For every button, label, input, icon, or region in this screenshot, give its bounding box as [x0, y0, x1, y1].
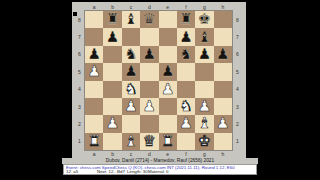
black-pawn-d6: ♟ [143, 46, 156, 63]
rank-labels-left: 87654321 [75, 11, 84, 150]
square-g3: ♟ [195, 98, 213, 115]
square-h3 [214, 98, 232, 115]
black-pawn-g6: ♟ [198, 46, 211, 63]
white-rook-a1: ♜ [87, 133, 100, 150]
game-length: Length: 30 [127, 170, 148, 174]
white-pawn-c3: ♟ [124, 98, 137, 115]
square-b2: ♟ [103, 115, 121, 132]
square-h5 [214, 63, 232, 80]
square-e8 [159, 11, 177, 28]
black-to-move-indicator [73, 12, 77, 16]
white-pawn-h2: ♟ [216, 115, 229, 132]
material-balance: Material: 0 [148, 170, 169, 174]
file-label-f: f [177, 150, 195, 158]
rank-label-7: 7 [75, 28, 84, 45]
square-b1 [103, 133, 121, 150]
right-letterbox-bar [258, 0, 320, 180]
square-e4: ♟ [159, 81, 177, 98]
square-b4 [103, 81, 121, 98]
rank-label-8: 8 [233, 11, 242, 28]
square-c4: ♞ [122, 81, 140, 98]
square-h8 [214, 11, 232, 28]
rank-label-5: 5 [233, 63, 242, 80]
square-a7 [85, 28, 103, 45]
square-d5 [140, 63, 158, 80]
rank-label-3: 3 [75, 98, 84, 115]
square-c5: ♟ [122, 63, 140, 80]
square-b7: ♟ [103, 28, 121, 45]
rank-label-3: 3 [233, 98, 242, 115]
rank-label-7: 7 [233, 28, 242, 45]
square-c7 [122, 28, 140, 45]
stats-line: 12. a5 Next: 12...Bd7 Length: 30 Materia… [64, 170, 256, 174]
square-g1: ♚ [195, 133, 213, 150]
square-c3: ♟ [122, 98, 140, 115]
black-pawn-e5: ♟ [161, 63, 174, 80]
square-d1: ♛ [140, 133, 158, 150]
square-d3: ♟ [140, 98, 158, 115]
white-pawn-g3: ♟ [198, 98, 211, 115]
square-c2 [122, 115, 140, 132]
file-label-h: h [214, 2, 232, 11]
file-label-c: c [122, 2, 140, 11]
white-pawn-b2: ♟ [106, 115, 119, 132]
black-pawn-a6: ♟ [87, 46, 100, 63]
white-king-g1: ♚ [198, 133, 211, 150]
square-e5: ♟ [159, 63, 177, 80]
square-c1: ♝ [122, 133, 140, 150]
square-a6: ♟ [85, 46, 103, 63]
current-move: 12. a5 [66, 170, 97, 174]
rank-label-6: 6 [233, 46, 242, 63]
white-knight-f3: ♞ [179, 98, 192, 115]
file-label-d: d [140, 2, 158, 11]
square-f8: ♜ [177, 11, 195, 28]
white-bishop-g2: ♝ [198, 115, 211, 132]
rank-label-4: 4 [233, 81, 242, 98]
square-h4 [214, 81, 232, 98]
rank-label-1: 1 [233, 133, 242, 150]
square-b6 [103, 46, 121, 63]
file-label-b: b [103, 2, 121, 11]
file-labels-top: abcdefgh [85, 2, 232, 11]
file-label-c: c [122, 150, 140, 158]
black-king-g8: ♚ [198, 11, 211, 28]
white-bishop-c1: ♝ [124, 133, 137, 150]
black-pawn-b7: ♟ [106, 28, 119, 45]
square-d7 [140, 28, 158, 45]
board-panel: abcdefgh 87654321 87654321 abcdefgh ♜♝♛♜… [62, 0, 258, 180]
square-c8: ♝ [122, 11, 140, 28]
file-label-e: e [159, 150, 177, 158]
square-g2: ♝ [195, 115, 213, 132]
square-f2: ♟ [177, 115, 195, 132]
file-label-e: e [159, 2, 177, 11]
black-pawn-c5: ♟ [124, 63, 137, 80]
file-label-g: g [195, 2, 213, 11]
square-a4 [85, 81, 103, 98]
square-h7 [214, 28, 232, 45]
square-b8: ♜ [103, 11, 121, 28]
black-bishop-c8: ♝ [124, 11, 137, 28]
square-g5 [195, 63, 213, 80]
square-e1: ♜ [159, 133, 177, 150]
black-knight-f6: ♞ [179, 46, 192, 63]
file-label-b: b [103, 150, 121, 158]
black-rook-f8: ♜ [179, 11, 192, 28]
white-rook-e1: ♜ [161, 133, 174, 150]
square-e6 [159, 46, 177, 63]
file-label-d: d [140, 150, 158, 158]
square-f7: ♟ [177, 28, 195, 45]
square-g8: ♚ [195, 11, 213, 28]
next-move: Next: 12...Bd7 [97, 170, 127, 174]
black-bishop-g7: ♝ [198, 28, 211, 45]
game-info-box: Event: chess.com SpeedChess Q (KO), ches… [63, 164, 257, 175]
square-h1 [214, 133, 232, 150]
square-d4 [140, 81, 158, 98]
black-queen-d8: ♛ [143, 11, 156, 28]
white-queen-d1: ♛ [143, 133, 156, 150]
white-pawn-d3: ♟ [143, 98, 156, 115]
square-c6: ♞ [122, 46, 140, 63]
square-a8 [85, 11, 103, 28]
left-letterbox-bar [0, 0, 62, 180]
file-label-a: a [85, 2, 103, 11]
square-d8: ♛ [140, 11, 158, 28]
square-f4 [177, 81, 195, 98]
black-knight-c6: ♞ [124, 46, 137, 63]
black-pawn-h6: ♟ [216, 46, 229, 63]
file-labels-bottom: abcdefgh [85, 150, 232, 158]
rank-labels-right: 87654321 [233, 11, 242, 150]
square-f1 [177, 133, 195, 150]
square-h2: ♟ [214, 115, 232, 132]
white-knight-c4: ♞ [124, 81, 137, 98]
rank-label-4: 4 [75, 81, 84, 98]
square-a1: ♜ [85, 133, 103, 150]
square-b5 [103, 63, 121, 80]
file-label-a: a [85, 150, 103, 158]
chess-video-frame: abcdefgh 87654321 87654321 abcdefgh ♜♝♛♜… [0, 0, 320, 180]
square-f5 [177, 63, 195, 80]
rank-label-2: 2 [233, 115, 242, 132]
square-e7 [159, 28, 177, 45]
square-a3 [85, 98, 103, 115]
file-label-f: f [177, 2, 195, 11]
square-b3 [103, 98, 121, 115]
square-h6: ♟ [214, 46, 232, 63]
file-label-g: g [195, 150, 213, 158]
file-label-h: h [214, 150, 232, 158]
square-g4 [195, 81, 213, 98]
white-pawn-f2: ♟ [179, 115, 192, 132]
black-pawn-f7: ♟ [179, 28, 192, 45]
rank-label-2: 2 [75, 115, 84, 132]
rank-label-5: 5 [75, 63, 84, 80]
square-a5: ♟ [85, 63, 103, 80]
white-pawn-a5: ♟ [87, 63, 100, 80]
rank-label-1: 1 [75, 133, 84, 150]
square-g6: ♟ [195, 46, 213, 63]
square-a2 [85, 115, 103, 132]
square-d6: ♟ [140, 46, 158, 63]
square-g7: ♝ [195, 28, 213, 45]
black-rook-b8: ♜ [106, 11, 119, 28]
square-f6: ♞ [177, 46, 195, 63]
white-pawn-e4: ♟ [161, 81, 174, 98]
square-e3 [159, 98, 177, 115]
rank-label-6: 6 [75, 46, 84, 63]
square-f3: ♞ [177, 98, 195, 115]
chess-board: ♜♝♛♜♚♟♟♝♟♞♟♞♟♟♟♟♟♞♟♟♟♞♟♟♟♝♟♜♝♛♜♚ [85, 11, 232, 150]
square-d2 [140, 115, 158, 132]
square-e2 [159, 115, 177, 132]
